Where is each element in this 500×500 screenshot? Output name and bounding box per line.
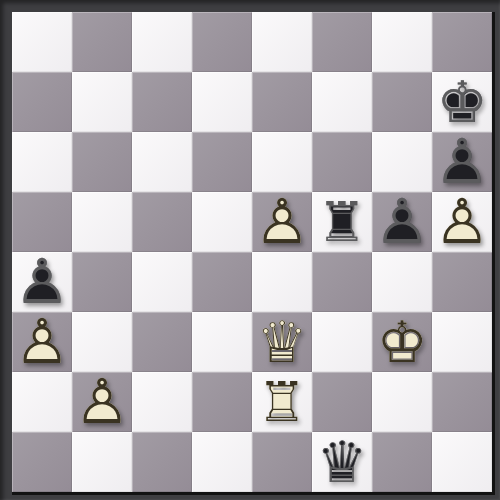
square-b2[interactable]: ♟♙ (72, 372, 132, 432)
square-d6[interactable] (192, 132, 252, 192)
black-queen-f1[interactable]: ♛♕ (312, 432, 372, 492)
square-h6[interactable]: ♟♙ (432, 132, 492, 192)
square-b5[interactable] (72, 192, 132, 252)
square-h8[interactable] (432, 12, 492, 72)
square-g7[interactable] (372, 72, 432, 132)
square-e7[interactable] (252, 72, 312, 132)
square-h1[interactable] (432, 432, 492, 492)
square-g5[interactable]: ♟♙ (372, 192, 432, 252)
square-d3[interactable] (192, 312, 252, 372)
square-d8[interactable] (192, 12, 252, 72)
square-c5[interactable] (132, 192, 192, 252)
piece-outline-layer: ♙ (372, 192, 432, 252)
square-e8[interactable] (252, 12, 312, 72)
square-e4[interactable] (252, 252, 312, 312)
square-g3[interactable]: ♚♔ (372, 312, 432, 372)
white-pawn-a3[interactable]: ♟♙ (12, 312, 72, 372)
white-queen-e3[interactable]: ♛♕ (252, 312, 312, 372)
square-h3[interactable] (432, 312, 492, 372)
square-e2[interactable]: ♜♖ (252, 372, 312, 432)
square-e5[interactable]: ♟♙ (252, 192, 312, 252)
square-g8[interactable] (372, 12, 432, 72)
square-a1[interactable] (12, 432, 72, 492)
square-g2[interactable] (372, 372, 432, 432)
piece-outline-layer: ♔ (372, 312, 432, 372)
square-h4[interactable] (432, 252, 492, 312)
square-b7[interactable] (72, 72, 132, 132)
piece-outline-layer: ♙ (252, 192, 312, 252)
piece-outline-layer: ♖ (312, 192, 372, 252)
black-pawn-a4[interactable]: ♟♙ (12, 252, 72, 312)
square-d5[interactable] (192, 192, 252, 252)
piece-outline-layer: ♙ (432, 192, 492, 252)
black-pawn-g5[interactable]: ♟♙ (372, 192, 432, 252)
piece-outline-layer: ♕ (312, 432, 372, 492)
piece-outline-layer: ♔ (432, 72, 492, 132)
square-b3[interactable] (72, 312, 132, 372)
square-c1[interactable] (132, 432, 192, 492)
square-e3[interactable]: ♛♕ (252, 312, 312, 372)
square-g4[interactable] (372, 252, 432, 312)
piece-outline-layer: ♕ (252, 312, 312, 372)
square-b8[interactable] (72, 12, 132, 72)
square-a8[interactable] (12, 12, 72, 72)
piece-outline-layer: ♙ (12, 252, 72, 312)
square-f6[interactable] (312, 132, 372, 192)
piece-outline-layer: ♙ (12, 312, 72, 372)
square-e1[interactable] (252, 432, 312, 492)
black-king-h7[interactable]: ♚♔ (432, 72, 492, 132)
square-c7[interactable] (132, 72, 192, 132)
square-d7[interactable] (192, 72, 252, 132)
square-h2[interactable] (432, 372, 492, 432)
piece-outline-layer: ♙ (72, 372, 132, 432)
square-g6[interactable] (372, 132, 432, 192)
white-pawn-e5[interactable]: ♟♙ (252, 192, 312, 252)
piece-outline-layer: ♙ (432, 132, 492, 192)
white-pawn-b2[interactable]: ♟♙ (72, 372, 132, 432)
square-f4[interactable] (312, 252, 372, 312)
square-e6[interactable] (252, 132, 312, 192)
square-f8[interactable] (312, 12, 372, 72)
piece-outline-layer: ♖ (252, 372, 312, 432)
square-c3[interactable] (132, 312, 192, 372)
square-a4[interactable]: ♟♙ (12, 252, 72, 312)
square-d1[interactable] (192, 432, 252, 492)
square-f5[interactable]: ♜♖ (312, 192, 372, 252)
square-f7[interactable] (312, 72, 372, 132)
square-f2[interactable] (312, 372, 372, 432)
black-pawn-h6[interactable]: ♟♙ (432, 132, 492, 192)
square-b6[interactable] (72, 132, 132, 192)
white-pawn-h5[interactable]: ♟♙ (432, 192, 492, 252)
square-b1[interactable] (72, 432, 132, 492)
square-c2[interactable] (132, 372, 192, 432)
white-king-g3[interactable]: ♚♔ (372, 312, 432, 372)
square-b4[interactable] (72, 252, 132, 312)
square-f3[interactable] (312, 312, 372, 372)
square-c4[interactable] (132, 252, 192, 312)
square-a5[interactable] (12, 192, 72, 252)
square-a2[interactable] (12, 372, 72, 432)
square-g1[interactable] (372, 432, 432, 492)
square-d2[interactable] (192, 372, 252, 432)
square-c8[interactable] (132, 12, 192, 72)
board-frame: ♚♔♟♙♟♙♜♖♟♙♟♙♟♙♟♙♛♕♚♔♟♙♜♖♛♕ (0, 0, 500, 500)
square-a3[interactable]: ♟♙ (12, 312, 72, 372)
square-f1[interactable]: ♛♕ (312, 432, 372, 492)
square-h7[interactable]: ♚♔ (432, 72, 492, 132)
square-h5[interactable]: ♟♙ (432, 192, 492, 252)
square-d4[interactable] (192, 252, 252, 312)
chess-board: ♚♔♟♙♟♙♜♖♟♙♟♙♟♙♟♙♛♕♚♔♟♙♜♖♛♕ (12, 12, 495, 495)
square-c6[interactable] (132, 132, 192, 192)
square-a6[interactable] (12, 132, 72, 192)
white-rook-e2[interactable]: ♜♖ (252, 372, 312, 432)
square-a7[interactable] (12, 72, 72, 132)
black-rook-f5[interactable]: ♜♖ (312, 192, 372, 252)
